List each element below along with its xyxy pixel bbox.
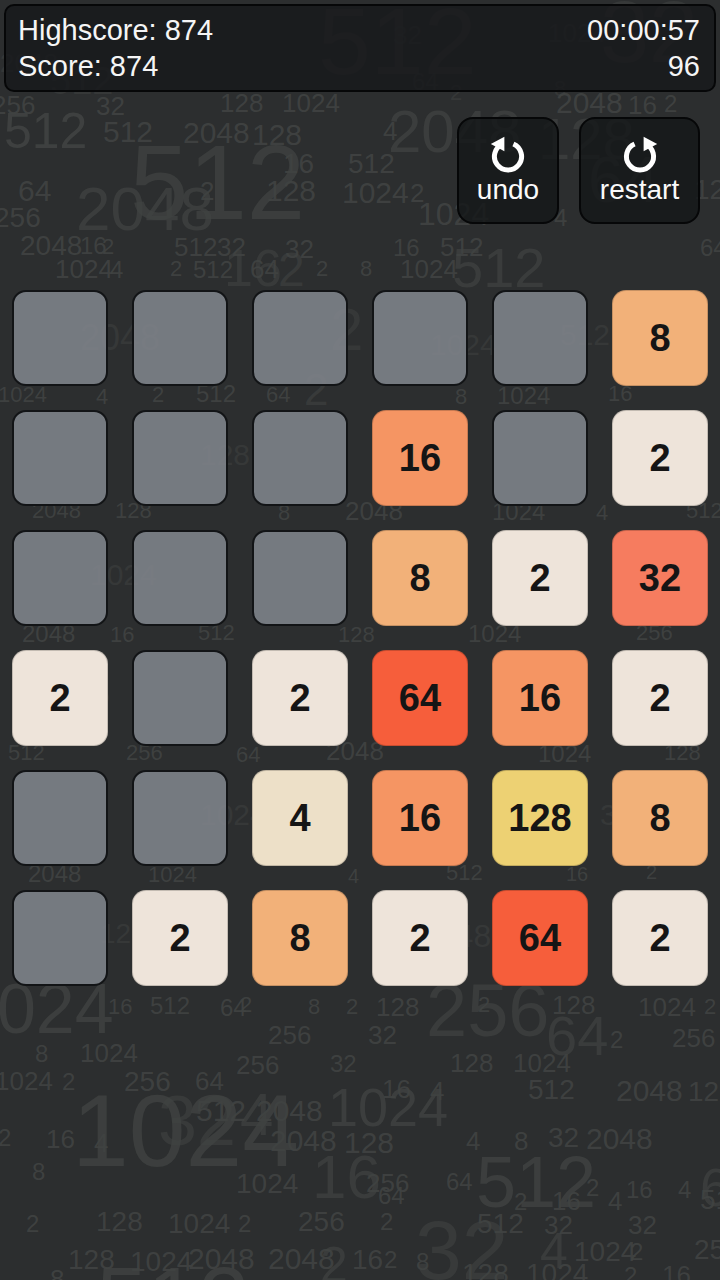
background-number: 2 bbox=[170, 258, 182, 280]
background-number: 1024 bbox=[400, 256, 458, 282]
background-number: 64 bbox=[378, 1184, 405, 1208]
background-number: 1024 bbox=[342, 178, 409, 208]
background-number: 2 bbox=[380, 1210, 393, 1234]
background-number: 2 bbox=[664, 92, 677, 116]
empty-cell-r4c2 bbox=[132, 650, 228, 746]
background-number: 8 bbox=[50, 1266, 64, 1280]
background-number: 512 bbox=[4, 106, 87, 156]
moves-count-text: 96 bbox=[668, 49, 700, 83]
background-number: 2 bbox=[320, 1240, 348, 1280]
background-number: 128 bbox=[688, 1078, 720, 1106]
empty-cell-r5c2 bbox=[132, 770, 228, 866]
background-number: 8 bbox=[360, 258, 372, 280]
tile-2-r4c6: 2 bbox=[612, 650, 708, 746]
background-number: 512 bbox=[348, 150, 395, 178]
background-number: 32 bbox=[330, 1052, 357, 1076]
background-number: 4 bbox=[608, 1188, 622, 1214]
score-panel-right: 00:00:57 96 bbox=[587, 13, 700, 83]
background-number: 256 bbox=[694, 1236, 720, 1264]
background-number: 512 bbox=[96, 1254, 250, 1280]
tile-8-r5c6: 8 bbox=[612, 770, 708, 866]
background-number: 2 bbox=[278, 246, 305, 294]
background-number: 2048 bbox=[616, 1076, 683, 1106]
background-number: 512 bbox=[196, 1096, 246, 1126]
background-number: 128 bbox=[266, 176, 316, 206]
tile-16-r4c5: 16 bbox=[492, 650, 588, 746]
background-number: 2 bbox=[346, 996, 358, 1018]
background-number: 256 bbox=[672, 1025, 715, 1051]
empty-cell-r1c2 bbox=[132, 290, 228, 386]
highscore-text: Highscore: 874 bbox=[18, 13, 213, 47]
background-number: 64 bbox=[446, 1170, 473, 1194]
undo-label: undo bbox=[477, 174, 539, 206]
score-panel: Highscore: 874 Score: 874 00:00:57 96 bbox=[4, 4, 716, 92]
empty-cell-r2c5 bbox=[492, 410, 588, 506]
tile-32-r3c6: 32 bbox=[612, 530, 708, 626]
empty-cell-r6c1 bbox=[12, 890, 108, 986]
background-number: 1024 bbox=[168, 1210, 230, 1238]
background-number: 16 bbox=[382, 1076, 411, 1102]
score-panel-left: Highscore: 874 Score: 874 bbox=[18, 13, 213, 83]
background-number: 1024 bbox=[0, 1068, 53, 1094]
empty-cell-r3c1 bbox=[12, 530, 108, 626]
empty-cell-r1c1 bbox=[12, 290, 108, 386]
background-number: 16 bbox=[108, 996, 132, 1018]
background-number: 32 bbox=[368, 1022, 397, 1048]
background-number: 2 bbox=[586, 1176, 599, 1200]
background-number: 8 bbox=[32, 1160, 45, 1184]
background-number: 4 bbox=[94, 1130, 108, 1156]
timer-text: 00:00:57 bbox=[587, 13, 700, 47]
background-number: 1024 bbox=[526, 1260, 588, 1280]
background-number: 4 bbox=[110, 258, 123, 282]
score-text: Score: 874 bbox=[18, 49, 213, 83]
background-number: 2048 bbox=[256, 1096, 323, 1126]
tile-2-r3c5: 2 bbox=[492, 530, 588, 626]
tile-64-r4c4: 64 bbox=[372, 650, 468, 746]
background-number: 16 bbox=[352, 1246, 383, 1274]
background-number: 128 bbox=[462, 1260, 509, 1280]
background-number: 128 bbox=[450, 1050, 493, 1076]
background-number: 2 bbox=[478, 994, 490, 1016]
background-number: 2 bbox=[238, 1212, 251, 1236]
background-number: 256 bbox=[0, 204, 41, 232]
tile-16-r2c4: 16 bbox=[372, 410, 468, 506]
tile-8-r1c6: 8 bbox=[612, 290, 708, 386]
background-number: 32 bbox=[628, 1212, 657, 1238]
tile-2-r4c1: 2 bbox=[12, 650, 108, 746]
background-number: 128 bbox=[96, 1208, 143, 1236]
empty-cell-r2c2 bbox=[132, 410, 228, 506]
tile-8-r6c3: 8 bbox=[252, 890, 348, 986]
background-number: 2 bbox=[610, 1028, 623, 1052]
restart-label: restart bbox=[600, 174, 679, 206]
background-number: 4 bbox=[430, 1078, 444, 1104]
background-number: 1024 bbox=[55, 256, 113, 282]
tile-64-r6c5: 64 bbox=[492, 890, 588, 986]
tile-2-r6c6: 2 bbox=[612, 890, 708, 986]
app-screen: 5123220485123264281024256321281024512512… bbox=[0, 0, 720, 1280]
empty-cell-r3c2 bbox=[132, 530, 228, 626]
background-number: 64 bbox=[250, 256, 279, 282]
empty-cell-r1c5 bbox=[492, 290, 588, 386]
restart-button[interactable]: restart bbox=[579, 117, 700, 224]
tile-4-r5c3: 4 bbox=[252, 770, 348, 866]
background-number: 2 bbox=[630, 1240, 643, 1264]
background-number: 4 bbox=[678, 1178, 691, 1202]
background-number: 2 bbox=[0, 1126, 11, 1150]
empty-cell-r2c1 bbox=[12, 410, 108, 506]
restart-icon bbox=[618, 134, 662, 174]
empty-cell-r1c4 bbox=[372, 290, 468, 386]
empty-cell-r1c3 bbox=[252, 290, 348, 386]
background-number: 128 bbox=[376, 994, 419, 1020]
background-number: 2 bbox=[624, 1264, 637, 1280]
background-number: 1024 bbox=[236, 1170, 298, 1198]
empty-cell-r3c3 bbox=[252, 530, 348, 626]
empty-cell-r5c1 bbox=[12, 770, 108, 866]
background-number: 2 bbox=[240, 994, 252, 1016]
tile-2-r6c4: 2 bbox=[372, 890, 468, 986]
background-number: 64 bbox=[700, 236, 720, 260]
background-number: 2 bbox=[316, 258, 328, 280]
tile-2-r6c2: 2 bbox=[132, 890, 228, 986]
background-number: 8 bbox=[35, 1042, 48, 1066]
background-number: 512 bbox=[528, 1076, 575, 1104]
background-number: 2 bbox=[384, 1248, 397, 1272]
tile-16-r5c4: 16 bbox=[372, 770, 468, 866]
background-number: 256 bbox=[298, 1208, 345, 1236]
tile-128-r5c5: 128 bbox=[492, 770, 588, 866]
background-number: 512 bbox=[700, 1186, 720, 1214]
tile-8-r3c4: 8 bbox=[372, 530, 468, 626]
background-number: 8 bbox=[416, 1250, 429, 1274]
background-number: 16 bbox=[626, 1178, 653, 1202]
tile-2-r4c3: 2 bbox=[252, 650, 348, 746]
undo-button[interactable]: undo bbox=[457, 117, 559, 224]
background-number: 512 bbox=[477, 1210, 524, 1238]
background-number: 16 bbox=[46, 1126, 75, 1152]
tile-2-r2c6: 2 bbox=[612, 410, 708, 506]
background-number: 2 bbox=[704, 996, 716, 1018]
background-number: 2 bbox=[26, 1212, 39, 1236]
background-number: 512 bbox=[150, 994, 190, 1018]
background-number: 1024 bbox=[513, 1050, 571, 1076]
background-number: 1024 bbox=[282, 90, 340, 116]
background-number: 2 bbox=[200, 178, 214, 204]
background-number: 256 bbox=[268, 1022, 311, 1048]
background-number: 1024 bbox=[80, 1040, 138, 1066]
empty-cell-r2c3 bbox=[252, 410, 348, 506]
background-number: 512 bbox=[452, 240, 545, 296]
background-number: 8 bbox=[308, 996, 320, 1018]
background-number: 128 bbox=[220, 90, 263, 116]
background-number: 16 bbox=[662, 1262, 691, 1280]
game-board[interactable]: 8162823222641624161288282642 bbox=[12, 290, 708, 986]
undo-icon bbox=[486, 134, 530, 174]
background-number: 2048 bbox=[76, 178, 214, 240]
background-number: 1024 bbox=[638, 994, 696, 1020]
